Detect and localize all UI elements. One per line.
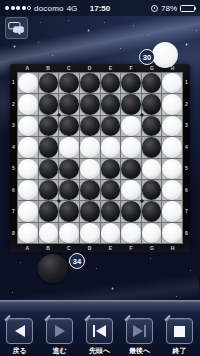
row-labels-right: 12345678 <box>183 72 190 244</box>
white-stone <box>121 116 141 136</box>
board-cell-c7[interactable] <box>59 201 79 221</box>
board-cell-c4[interactable] <box>59 137 79 157</box>
board-cell-h1[interactable] <box>162 73 182 93</box>
board-cell-b2[interactable] <box>39 94 59 114</box>
battery-icon <box>180 5 195 12</box>
board-cell-b3[interactable] <box>39 116 59 136</box>
board-cell-a2[interactable] <box>18 94 38 114</box>
black-stone <box>121 201 141 221</box>
board-cell-h6[interactable] <box>162 180 182 200</box>
white-stone <box>121 180 141 200</box>
column-label: C <box>59 244 80 252</box>
board-cell-g7[interactable] <box>142 201 162 221</box>
white-stone <box>101 137 121 157</box>
step-forward-icon <box>55 325 65 337</box>
white-score-badge: 30 <box>139 49 155 65</box>
black-stone <box>39 180 59 200</box>
column-labels-bottom: ABCDEFGH <box>17 244 183 252</box>
row-label: 3 <box>10 115 17 137</box>
column-label: E <box>100 64 121 72</box>
black-stone <box>101 73 121 93</box>
end-game-button-label: 終了 <box>166 346 193 356</box>
board-cell-c3[interactable] <box>59 116 79 136</box>
row-label: 7 <box>10 201 17 223</box>
board-cell-e5[interactable] <box>101 159 121 179</box>
white-stone <box>18 201 38 221</box>
board-cell-c1[interactable] <box>59 73 79 93</box>
board-cell-b4[interactable] <box>39 137 59 157</box>
black-stone <box>39 116 59 136</box>
chat-button[interactable] <box>5 17 28 39</box>
battery-percent-label: 78% <box>161 4 177 13</box>
row-label: 7 <box>183 201 190 223</box>
black-stone <box>101 116 121 136</box>
column-label: F <box>121 64 142 72</box>
white-stone <box>162 94 182 114</box>
chat-bubbles-icon <box>8 21 25 36</box>
row-label: 4 <box>183 137 190 159</box>
black-stone <box>142 94 162 114</box>
black-stone <box>59 116 79 136</box>
board-cell-d2[interactable] <box>80 94 100 114</box>
black-stone <box>80 180 100 200</box>
board-cell-e1[interactable] <box>101 73 121 93</box>
row-label: 8 <box>183 223 190 245</box>
board-cell-g6[interactable] <box>142 180 162 200</box>
column-label: B <box>38 64 59 72</box>
row-label: 2 <box>10 94 17 116</box>
black-stone <box>59 180 79 200</box>
board-cell-a4[interactable] <box>18 137 38 157</box>
white-stone <box>18 73 38 93</box>
white-stone <box>80 137 100 157</box>
board-cell-b1[interactable] <box>39 73 59 93</box>
board-cell-f2[interactable] <box>121 94 141 114</box>
black-stone <box>121 94 141 114</box>
board-cell-f4[interactable] <box>121 137 141 157</box>
black-stone <box>101 201 121 221</box>
playback-toolbar: 戻る 進む 先頭へ 最後へ 終了 <box>0 300 200 356</box>
board-cell-e3[interactable] <box>101 116 121 136</box>
black-stone <box>142 73 162 93</box>
white-stone <box>142 223 162 243</box>
black-stone <box>59 159 79 179</box>
black-stone <box>121 159 141 179</box>
row-label: 4 <box>10 137 17 159</box>
black-stone <box>80 94 100 114</box>
board-cell-f3[interactable] <box>121 116 141 136</box>
board-cell-c5[interactable] <box>59 159 79 179</box>
board-cell-e2[interactable] <box>101 94 121 114</box>
back-button-label: 戻る <box>6 346 33 356</box>
board-cell-g5[interactable] <box>142 159 162 179</box>
board-cell-h3[interactable] <box>162 116 182 136</box>
board-cell-d8[interactable] <box>80 223 100 243</box>
white-stone <box>162 180 182 200</box>
row-label: 2 <box>183 94 190 116</box>
board-cell-b7[interactable] <box>39 201 59 221</box>
white-stone <box>162 116 182 136</box>
board-cell-a7[interactable] <box>18 201 38 221</box>
forward-button[interactable]: 進む <box>46 318 73 356</box>
board-cell-e6[interactable] <box>101 180 121 200</box>
black-stone <box>59 94 79 114</box>
board-cell-d6[interactable] <box>80 180 100 200</box>
board-cell-c6[interactable] <box>59 180 79 200</box>
white-stone <box>80 159 100 179</box>
white-stone <box>142 159 162 179</box>
board-grid <box>17 72 183 244</box>
board-cell-e7[interactable] <box>101 201 121 221</box>
column-label: C <box>59 64 80 72</box>
black-stone <box>39 159 59 179</box>
white-stone <box>59 223 79 243</box>
column-label: F <box>121 244 142 252</box>
black-stone <box>39 94 59 114</box>
board-cell-d4[interactable] <box>80 137 100 157</box>
black-stone <box>121 73 141 93</box>
row-label: 5 <box>183 158 190 180</box>
white-stone <box>162 73 182 93</box>
black-stone <box>142 116 162 136</box>
black-stone <box>39 201 59 221</box>
stop-icon <box>174 326 185 337</box>
forward-button-label: 進む <box>46 346 73 356</box>
black-stone <box>101 94 121 114</box>
row-label: 6 <box>183 180 190 202</box>
board-cell-e4[interactable] <box>101 137 121 157</box>
board-cell-f8[interactable] <box>121 223 141 243</box>
skip-to-start-button[interactable]: 先頭へ <box>86 318 113 356</box>
back-button[interactable]: 戻る <box>6 318 33 356</box>
white-stone <box>18 180 38 200</box>
row-labels-left: 12345678 <box>10 72 17 244</box>
board-cell-b6[interactable] <box>39 180 59 200</box>
black-stone <box>142 180 162 200</box>
white-stone <box>18 159 38 179</box>
white-score-stone <box>152 42 178 68</box>
black-stone <box>101 159 121 179</box>
black-score-badge: 34 <box>69 253 85 269</box>
board-cell-d3[interactable] <box>80 116 100 136</box>
row-label: 3 <box>183 115 190 137</box>
board-cell-a1[interactable] <box>18 73 38 93</box>
skip-to-start-icon <box>93 325 107 337</box>
column-label: A <box>17 64 38 72</box>
black-stone <box>80 201 100 221</box>
board-cell-c8[interactable] <box>59 223 79 243</box>
board-cell-h7[interactable] <box>162 201 182 221</box>
game-screen: docomo 4G 17:50 78% 30 ABCDEFGH ABCDEFGH… <box>0 0 200 356</box>
column-label: A <box>17 244 38 252</box>
board-cell-g4[interactable] <box>142 137 162 157</box>
column-label: E <box>100 244 121 252</box>
board-cell-e8[interactable] <box>101 223 121 243</box>
board-cell-f5[interactable] <box>121 159 141 179</box>
skip-to-start-button-label: 先頭へ <box>86 346 113 356</box>
board-cell-h5[interactable] <box>162 159 182 179</box>
board-cell-f1[interactable] <box>121 73 141 93</box>
black-stone <box>59 201 79 221</box>
board-cell-d7[interactable] <box>80 201 100 221</box>
board-cell-g2[interactable] <box>142 94 162 114</box>
board-cell-d5[interactable] <box>80 159 100 179</box>
black-stone <box>142 201 162 221</box>
white-stone <box>162 223 182 243</box>
white-stone <box>39 223 59 243</box>
row-label: 8 <box>10 223 17 245</box>
reversi-board: ABCDEFGH ABCDEFGH 12345678 12345678 <box>10 64 190 252</box>
black-score-stone <box>38 254 68 283</box>
board-cell-a3[interactable] <box>18 116 38 136</box>
white-stone <box>18 137 38 157</box>
white-stone <box>101 223 121 243</box>
board-cell-a8[interactable] <box>18 223 38 243</box>
board-cell-c2[interactable] <box>59 94 79 114</box>
skip-to-end-button[interactable]: 最後へ <box>126 318 153 356</box>
row-label: 1 <box>183 72 190 94</box>
step-back-icon <box>15 325 25 337</box>
white-stone <box>162 159 182 179</box>
board-cell-a5[interactable] <box>18 159 38 179</box>
board-cell-d1[interactable] <box>80 73 100 93</box>
skip-to-end-button-label: 最後へ <box>126 346 153 356</box>
black-stone <box>142 137 162 157</box>
skip-to-end-icon <box>133 325 147 337</box>
white-stone <box>162 201 182 221</box>
board-cell-h8[interactable] <box>162 223 182 243</box>
white-stone <box>162 137 182 157</box>
white-stone <box>18 94 38 114</box>
board-cell-f7[interactable] <box>121 201 141 221</box>
board-cell-g8[interactable] <box>142 223 162 243</box>
board-cell-b5[interactable] <box>39 159 59 179</box>
board-cell-h4[interactable] <box>162 137 182 157</box>
black-stone <box>39 73 59 93</box>
black-stone <box>39 137 59 157</box>
board-cell-h2[interactable] <box>162 94 182 114</box>
board-cell-a6[interactable] <box>18 180 38 200</box>
board-cell-b8[interactable] <box>39 223 59 243</box>
column-label: H <box>162 244 183 252</box>
column-label: D <box>79 64 100 72</box>
black-stone <box>80 73 100 93</box>
end-game-button[interactable]: 終了 <box>166 318 193 356</box>
white-stone <box>59 137 79 157</box>
white-stone <box>18 116 38 136</box>
board-cell-g1[interactable] <box>142 73 162 93</box>
row-label: 1 <box>10 72 17 94</box>
alarm-icon <box>151 5 158 12</box>
board-cell-f6[interactable] <box>121 180 141 200</box>
column-label: B <box>38 244 59 252</box>
white-stone <box>18 223 38 243</box>
black-stone <box>101 180 121 200</box>
board-cell-g3[interactable] <box>142 116 162 136</box>
white-stone <box>80 223 100 243</box>
black-stone <box>80 116 100 136</box>
row-label: 6 <box>10 180 17 202</box>
row-label: 5 <box>10 158 17 180</box>
white-stone <box>121 223 141 243</box>
column-label: D <box>79 244 100 252</box>
white-stone <box>121 137 141 157</box>
status-bar: docomo 4G 17:50 78% <box>0 0 200 16</box>
black-stone <box>59 73 79 93</box>
column-label: G <box>142 244 163 252</box>
